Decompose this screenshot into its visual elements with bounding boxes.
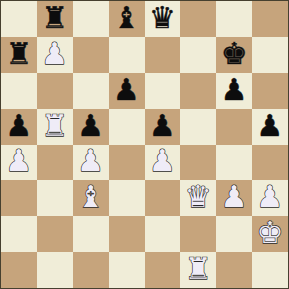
square-c7[interactable] [73,37,109,73]
piece-black-pawn[interactable]: ♟ [113,75,140,105]
piece-black-king[interactable]: ♚ [221,39,248,69]
square-b5[interactable]: ♜ [37,109,73,145]
piece-white-pawn[interactable]: ♟ [41,39,68,69]
square-b2[interactable] [37,216,73,252]
square-f2[interactable] [180,216,216,252]
square-d2[interactable] [109,216,145,252]
square-b6[interactable] [37,73,73,109]
square-a4[interactable]: ♟ [1,145,37,181]
square-c4[interactable]: ♟ [73,145,109,181]
square-f3[interactable]: ♛ [180,180,216,216]
square-h4[interactable] [252,145,288,181]
square-c3[interactable]: ♝ [73,180,109,216]
square-g5[interactable] [216,109,252,145]
piece-black-bishop[interactable]: ♝ [113,3,140,33]
square-a3[interactable] [1,180,37,216]
piece-white-rook[interactable]: ♜ [41,111,68,141]
square-d8[interactable]: ♝ [109,1,145,37]
piece-white-king[interactable]: ♚ [257,218,284,248]
square-e1[interactable] [145,252,181,288]
square-e7[interactable] [145,37,181,73]
piece-white-rook[interactable]: ♜ [185,254,212,284]
piece-white-pawn[interactable]: ♟ [257,182,284,212]
square-e3[interactable] [145,180,181,216]
square-c1[interactable] [73,252,109,288]
square-b1[interactable] [37,252,73,288]
square-b7[interactable]: ♟ [37,37,73,73]
piece-white-pawn[interactable]: ♟ [77,146,104,176]
piece-white-pawn[interactable]: ♟ [5,146,32,176]
square-c8[interactable] [73,1,109,37]
square-f4[interactable] [180,145,216,181]
square-a8[interactable] [1,1,37,37]
square-e4[interactable]: ♟ [145,145,181,181]
square-b3[interactable] [37,180,73,216]
piece-white-queen[interactable]: ♛ [185,182,212,212]
square-e6[interactable] [145,73,181,109]
square-g4[interactable] [216,145,252,181]
square-g6[interactable]: ♟ [216,73,252,109]
square-g3[interactable]: ♟ [216,180,252,216]
square-b8[interactable]: ♜ [37,1,73,37]
square-f8[interactable] [180,1,216,37]
chess-board-frame: ♜♝♛♜♟♚♟♟♟♜♟♟♟♟♟♟♝♛♟♟♚♜ [0,0,289,289]
square-g2[interactable] [216,216,252,252]
square-f5[interactable] [180,109,216,145]
square-h8[interactable] [252,1,288,37]
chess-board: ♜♝♛♜♟♚♟♟♟♜♟♟♟♟♟♟♝♛♟♟♚♜ [1,1,288,288]
piece-white-bishop[interactable]: ♝ [77,182,104,212]
square-g7[interactable]: ♚ [216,37,252,73]
square-a1[interactable] [1,252,37,288]
piece-black-pawn[interactable]: ♟ [149,111,176,141]
square-g1[interactable] [216,252,252,288]
square-f1[interactable]: ♜ [180,252,216,288]
piece-black-rook[interactable]: ♜ [5,39,32,69]
piece-black-pawn[interactable]: ♟ [221,75,248,105]
square-g8[interactable] [216,1,252,37]
square-a6[interactable] [1,73,37,109]
square-c6[interactable] [73,73,109,109]
square-d5[interactable] [109,109,145,145]
piece-black-queen[interactable]: ♛ [149,3,176,33]
square-c5[interactable]: ♟ [73,109,109,145]
square-e8[interactable]: ♛ [145,1,181,37]
square-e5[interactable]: ♟ [145,109,181,145]
piece-black-pawn[interactable]: ♟ [77,111,104,141]
square-f7[interactable] [180,37,216,73]
square-a7[interactable]: ♜ [1,37,37,73]
piece-black-pawn[interactable]: ♟ [257,111,284,141]
square-h2[interactable]: ♚ [252,216,288,252]
square-b4[interactable] [37,145,73,181]
square-h7[interactable] [252,37,288,73]
square-d4[interactable] [109,145,145,181]
piece-black-rook[interactable]: ♜ [41,3,68,33]
square-c2[interactable] [73,216,109,252]
square-f6[interactable] [180,73,216,109]
square-h5[interactable]: ♟ [252,109,288,145]
piece-white-pawn[interactable]: ♟ [221,182,248,212]
square-h6[interactable] [252,73,288,109]
square-a2[interactable] [1,216,37,252]
square-d1[interactable] [109,252,145,288]
square-h3[interactable]: ♟ [252,180,288,216]
square-d3[interactable] [109,180,145,216]
square-d7[interactable] [109,37,145,73]
square-a5[interactable]: ♟ [1,109,37,145]
piece-black-pawn[interactable]: ♟ [5,111,32,141]
square-h1[interactable] [252,252,288,288]
square-e2[interactable] [145,216,181,252]
square-d6[interactable]: ♟ [109,73,145,109]
piece-white-pawn[interactable]: ♟ [149,146,176,176]
